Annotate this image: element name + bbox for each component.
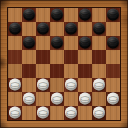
square-r3c2[interactable]: ⛂ — [22, 36, 36, 50]
square-r2c2[interactable] — [22, 22, 36, 36]
square-r5c3[interactable] — [36, 64, 50, 78]
square-r2c7[interactable]: ⛂ — [92, 22, 106, 36]
light-piece[interactable]: ⛀ — [93, 79, 105, 91]
square-r3c4[interactable]: ⛂ — [50, 36, 64, 50]
square-r6c2[interactable] — [22, 78, 36, 92]
dark-piece[interactable]: ⛂ — [51, 9, 63, 21]
square-r3c5[interactable] — [64, 36, 78, 50]
square-r8c5[interactable]: ⛀ — [64, 106, 78, 120]
square-r3c6[interactable]: ⛂ — [78, 36, 92, 50]
light-piece[interactable]: ⛀ — [79, 93, 91, 105]
square-r3c8[interactable]: ⛂ — [106, 36, 120, 50]
square-r4c3[interactable] — [36, 50, 50, 64]
dark-piece[interactable]: ⛂ — [107, 37, 119, 49]
square-r4c1[interactable] — [8, 50, 22, 64]
square-r7c5[interactable] — [64, 92, 78, 106]
square-r2c5[interactable]: ⛂ — [64, 22, 78, 36]
light-piece[interactable]: ⛀ — [65, 107, 77, 119]
checkers-board-photo: ⛂⛂⛂⛂⛂⛂⛂⛂⛂⛂⛂⛂⛀⛀⛀⛀⛀⛀⛀⛀⛀⛀⛀⛀ — [0, 0, 128, 128]
square-r5c5[interactable] — [64, 64, 78, 78]
square-r7c8[interactable]: ⛀ — [106, 92, 120, 106]
square-r4c4[interactable] — [50, 50, 64, 64]
square-r7c4[interactable]: ⛀ — [50, 92, 64, 106]
dark-piece[interactable]: ⛂ — [23, 9, 35, 21]
square-r3c1[interactable] — [8, 36, 22, 50]
square-r7c3[interactable] — [36, 92, 50, 106]
square-r7c6[interactable]: ⛀ — [78, 92, 92, 106]
square-r5c1[interactable] — [8, 64, 22, 78]
square-r4c2[interactable] — [22, 50, 36, 64]
square-r5c6[interactable] — [78, 64, 92, 78]
square-r2c6[interactable] — [78, 22, 92, 36]
square-r1c2[interactable]: ⛂ — [22, 8, 36, 22]
square-r1c7[interactable] — [92, 8, 106, 22]
square-r6c3[interactable]: ⛀ — [36, 78, 50, 92]
square-r6c4[interactable] — [50, 78, 64, 92]
square-r5c4[interactable] — [50, 64, 64, 78]
square-r7c1[interactable] — [8, 92, 22, 106]
square-r4c7[interactable] — [92, 50, 106, 64]
square-r2c8[interactable] — [106, 22, 120, 36]
light-piece[interactable]: ⛀ — [65, 79, 77, 91]
square-r2c3[interactable]: ⛂ — [36, 22, 50, 36]
light-piece[interactable]: ⛀ — [107, 93, 119, 105]
light-piece[interactable]: ⛀ — [51, 93, 63, 105]
square-r8c6[interactable] — [78, 106, 92, 120]
square-r3c7[interactable] — [92, 36, 106, 50]
square-r4c5[interactable] — [64, 50, 78, 64]
square-r1c6[interactable]: ⛂ — [78, 8, 92, 22]
square-r6c7[interactable]: ⛀ — [92, 78, 106, 92]
square-r1c1[interactable] — [8, 8, 22, 22]
dark-piece[interactable]: ⛂ — [93, 23, 105, 35]
square-r4c6[interactable] — [78, 50, 92, 64]
square-r6c8[interactable] — [106, 78, 120, 92]
light-piece[interactable]: ⛀ — [37, 107, 49, 119]
square-r7c7[interactable] — [92, 92, 106, 106]
dark-piece[interactable]: ⛂ — [65, 23, 77, 35]
square-r5c7[interactable] — [92, 64, 106, 78]
square-r8c2[interactable] — [22, 106, 36, 120]
square-r6c1[interactable]: ⛀ — [8, 78, 22, 92]
square-r5c8[interactable] — [106, 64, 120, 78]
light-piece[interactable]: ⛀ — [37, 79, 49, 91]
square-r8c7[interactable]: ⛀ — [92, 106, 106, 120]
dark-piece[interactable]: ⛂ — [9, 23, 21, 35]
square-r5c2[interactable] — [22, 64, 36, 78]
light-piece[interactable]: ⛀ — [9, 79, 21, 91]
square-r1c8[interactable]: ⛂ — [106, 8, 120, 22]
square-r6c6[interactable] — [78, 78, 92, 92]
dark-piece[interactable]: ⛂ — [79, 9, 91, 21]
dark-piece[interactable]: ⛂ — [79, 37, 91, 49]
square-r1c3[interactable] — [36, 8, 50, 22]
dark-piece[interactable]: ⛂ — [37, 23, 49, 35]
square-r2c4[interactable] — [50, 22, 64, 36]
square-r2c1[interactable]: ⛂ — [8, 22, 22, 36]
dark-piece[interactable]: ⛂ — [23, 37, 35, 49]
square-r6c5[interactable]: ⛀ — [64, 78, 78, 92]
light-piece[interactable]: ⛀ — [23, 93, 35, 105]
square-r1c4[interactable]: ⛂ — [50, 8, 64, 22]
square-r8c4[interactable] — [50, 106, 64, 120]
square-r8c3[interactable]: ⛀ — [36, 106, 50, 120]
light-piece[interactable]: ⛀ — [93, 107, 105, 119]
square-r3c3[interactable] — [36, 36, 50, 50]
square-r8c1[interactable]: ⛀ — [8, 106, 22, 120]
square-r1c5[interactable] — [64, 8, 78, 22]
square-r8c8[interactable] — [106, 106, 120, 120]
square-r7c2[interactable]: ⛀ — [22, 92, 36, 106]
checkers-board[interactable]: ⛂⛂⛂⛂⛂⛂⛂⛂⛂⛂⛂⛂⛀⛀⛀⛀⛀⛀⛀⛀⛀⛀⛀⛀ — [8, 8, 120, 120]
dark-piece[interactable]: ⛂ — [51, 37, 63, 49]
square-r4c8[interactable] — [106, 50, 120, 64]
dark-piece[interactable]: ⛂ — [107, 9, 119, 21]
light-piece[interactable]: ⛀ — [9, 107, 21, 119]
